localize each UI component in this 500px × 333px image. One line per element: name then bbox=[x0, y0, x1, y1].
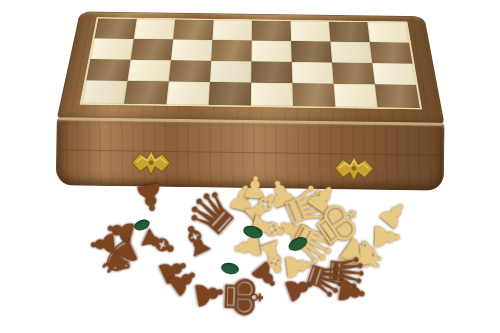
dark-pawn-piece: ♟ bbox=[86, 228, 120, 259]
product-photo-stage: ♟♟♞♟♝♟♛♝♟♟♝♟♛♟♝♟♛♟♝♟♚♞♟♛♟♟♟♚♟♟♛♟ bbox=[0, 0, 500, 333]
dark-pawn-piece: ♟ bbox=[333, 274, 372, 310]
pieces-pile: ♟♟♞♟♝♟♛♝♟♟♝♟♛♟♝♟♛♟♝♟♚♞♟♛♟♟♟♚♟♟♛♟ bbox=[0, 0, 500, 333]
dark-pawn-piece: ♟ bbox=[131, 176, 169, 217]
